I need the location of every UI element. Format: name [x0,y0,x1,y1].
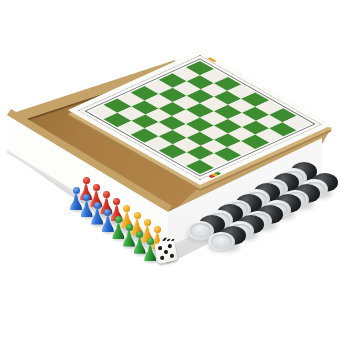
pawn-ball [83,194,90,201]
chessboard [68,50,332,185]
pawn-ball [154,226,161,233]
pawn-ball [123,205,130,212]
pawn-ball [134,212,141,219]
die-pip [168,244,172,248]
die-pip [160,256,164,260]
pawn-ball [94,202,101,209]
pawn-ball [113,198,120,205]
die-pip [164,250,168,254]
pawn-ball [147,238,154,245]
pawn-ball [126,224,133,231]
pawn-ball [144,219,151,226]
game-set-photo [0,0,350,350]
die-pip [170,254,174,258]
board-grid [89,61,310,174]
pawn-ball [103,191,110,198]
pawn-ball [83,177,90,184]
pawn-ball [136,231,143,238]
pawn-ball [115,216,122,223]
pawn-ball [73,187,80,194]
checker-white [208,232,235,252]
pawn-ball [93,184,100,191]
die-pip [158,246,162,250]
die [154,240,178,264]
pawn-ball [104,209,111,216]
